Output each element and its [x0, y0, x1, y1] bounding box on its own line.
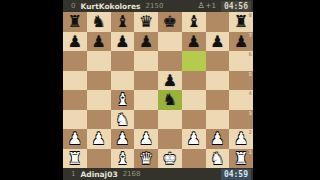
square-g8[interactable]: [206, 12, 230, 32]
piece-black-pawn: ♟: [139, 32, 153, 51]
bottom-player-badge: 1: [71, 168, 75, 180]
video-frame: 0 KurtKokolores 2150 ♙ +1 04:56 ♜♞♝♛♚♝♜8…: [0, 0, 320, 180]
square-c6[interactable]: [111, 51, 135, 71]
white-pawn-icon: ♙: [197, 1, 204, 11]
piece-white-bishop: ♝: [115, 90, 129, 109]
square-e7[interactable]: [158, 32, 182, 52]
piece-white-pawn: ♟: [210, 129, 224, 148]
square-d5[interactable]: [134, 71, 158, 91]
square-h4[interactable]: 4: [229, 90, 253, 110]
piece-black-pawn: ♟: [234, 32, 248, 51]
square-d2[interactable]: ♟: [134, 129, 158, 149]
square-d1[interactable]: ♛: [134, 149, 158, 169]
square-b1[interactable]: [87, 149, 111, 169]
square-a2[interactable]: ♟: [63, 129, 87, 149]
rank-coordinate-5: 5: [249, 71, 252, 77]
piece-black-pawn: ♟: [68, 32, 82, 51]
square-b6[interactable]: [87, 51, 111, 71]
piece-white-pawn: ♟: [234, 129, 248, 148]
rank-coordinate-1: 1: [249, 149, 252, 155]
square-e6[interactable]: [158, 51, 182, 71]
rank-coordinate-3: 3: [249, 110, 252, 116]
top-player-name[interactable]: KurtKokolores: [80, 2, 140, 11]
square-g2[interactable]: ♟: [206, 129, 230, 149]
square-c1[interactable]: ♝: [111, 149, 135, 169]
square-g4[interactable]: [206, 90, 230, 110]
piece-white-pawn: ♟: [68, 129, 82, 148]
piece-black-queen: ♛: [139, 12, 153, 31]
square-b7[interactable]: ♟: [87, 32, 111, 52]
bottom-player-bar: 1 Adinaj03 2168 04:59: [63, 168, 253, 180]
piece-black-pawn: ♟: [163, 71, 177, 90]
square-f5[interactable]: [182, 71, 206, 91]
square-d7[interactable]: ♟: [134, 32, 158, 52]
top-player-material: ♙ +1: [197, 1, 216, 11]
bottom-player-name[interactable]: Adinaj03: [80, 170, 117, 179]
square-a7[interactable]: ♟: [63, 32, 87, 52]
square-d4[interactable]: [134, 90, 158, 110]
piece-black-pawn: ♟: [91, 32, 105, 51]
square-a4[interactable]: [63, 90, 87, 110]
square-h8[interactable]: ♜8: [229, 12, 253, 32]
rank-coordinate-6: 6: [249, 51, 252, 57]
square-c2[interactable]: ♟: [111, 129, 135, 149]
piece-black-pawn: ♟: [115, 32, 129, 51]
piece-black-king: ♚: [163, 12, 177, 31]
square-c7[interactable]: ♟: [111, 32, 135, 52]
square-e1[interactable]: ♚: [158, 149, 182, 169]
piece-white-pawn: ♟: [186, 129, 200, 148]
square-c3[interactable]: ♞: [111, 110, 135, 130]
piece-black-knight: ♞: [163, 90, 177, 109]
square-a3[interactable]: [63, 110, 87, 130]
square-h3[interactable]: 3: [229, 110, 253, 130]
piece-white-knight: ♞: [210, 149, 224, 168]
square-f7[interactable]: ♟: [182, 32, 206, 52]
square-h1[interactable]: ♜1: [229, 149, 253, 169]
square-b4[interactable]: [87, 90, 111, 110]
square-d6[interactable]: [134, 51, 158, 71]
piece-black-pawn: ♟: [210, 32, 224, 51]
square-g5[interactable]: [206, 71, 230, 91]
square-c5[interactable]: [111, 71, 135, 91]
piece-black-bishop: ♝: [186, 12, 200, 31]
bottom-player-rating: 2168: [123, 170, 141, 178]
square-h5[interactable]: 5: [229, 71, 253, 91]
square-b2[interactable]: ♟: [87, 129, 111, 149]
square-g3[interactable]: [206, 110, 230, 130]
piece-white-rook: ♜: [68, 149, 82, 168]
square-h7[interactable]: ♟7: [229, 32, 253, 52]
square-a6[interactable]: [63, 51, 87, 71]
square-b5[interactable]: [87, 71, 111, 91]
top-player-bar: 0 KurtKokolores 2150 ♙ +1 04:56: [63, 0, 253, 12]
game-panel: 0 KurtKokolores 2150 ♙ +1 04:56 ♜♞♝♛♚♝♜8…: [63, 0, 253, 180]
square-a5[interactable]: [63, 71, 87, 91]
square-e5[interactable]: ♟: [158, 71, 182, 91]
piece-white-bishop: ♝: [115, 149, 129, 168]
top-player-rating: 2150: [146, 2, 164, 10]
square-g6[interactable]: [206, 51, 230, 71]
piece-white-pawn: ♟: [115, 129, 129, 148]
square-c8[interactable]: ♝: [111, 12, 135, 32]
square-a8[interactable]: ♜: [63, 12, 87, 32]
square-f8[interactable]: ♝: [182, 12, 206, 32]
piece-black-pawn: ♟: [186, 32, 200, 51]
rank-coordinate-8: 8: [249, 12, 252, 18]
square-f4[interactable]: [182, 90, 206, 110]
rank-coordinate-2: 2: [249, 129, 252, 135]
bottom-player-clock: 04:59: [221, 169, 251, 180]
piece-white-king: ♚: [163, 149, 177, 168]
square-e2[interactable]: [158, 129, 182, 149]
square-a1[interactable]: ♜: [63, 149, 87, 169]
piece-black-rook: ♜: [68, 12, 82, 31]
square-f6[interactable]: [182, 51, 206, 71]
material-advantage: +1: [206, 2, 216, 10]
piece-white-pawn: ♟: [139, 129, 153, 148]
piece-white-knight: ♞: [115, 110, 129, 129]
square-e8[interactable]: ♚: [158, 12, 182, 32]
square-h6[interactable]: 6: [229, 51, 253, 71]
square-e3[interactable]: [158, 110, 182, 130]
square-b8[interactable]: ♞: [87, 12, 111, 32]
piece-black-rook: ♜: [234, 12, 248, 31]
square-g7[interactable]: ♟: [206, 32, 230, 52]
square-b3[interactable]: [87, 110, 111, 130]
square-f1[interactable]: [182, 149, 206, 169]
piece-white-pawn: ♟: [91, 129, 105, 148]
piece-black-knight: ♞: [91, 12, 105, 31]
square-e4[interactable]: ♞: [158, 90, 182, 110]
top-player-clock: 04:56: [221, 1, 251, 12]
rank-coordinate-7: 7: [249, 32, 252, 38]
piece-black-bishop: ♝: [115, 12, 129, 31]
chess-board[interactable]: ♜♞♝♛♚♝♜8♟♟♟♟♟♟♟76♟5♝♞4♞3♟♟♟♟♟♟♟2♜♝♛♚♞♜1: [63, 12, 253, 168]
square-f2[interactable]: ♟: [182, 129, 206, 149]
square-d8[interactable]: ♛: [134, 12, 158, 32]
top-player-badge: 0: [71, 0, 75, 12]
square-d3[interactable]: [134, 110, 158, 130]
piece-white-rook: ♜: [234, 149, 248, 168]
square-f3[interactable]: [182, 110, 206, 130]
square-g1[interactable]: ♞: [206, 149, 230, 169]
rank-coordinate-4: 4: [249, 90, 252, 96]
piece-white-queen: ♛: [139, 149, 153, 168]
square-c4[interactable]: ♝: [111, 90, 135, 110]
square-h2[interactable]: ♟2: [229, 129, 253, 149]
